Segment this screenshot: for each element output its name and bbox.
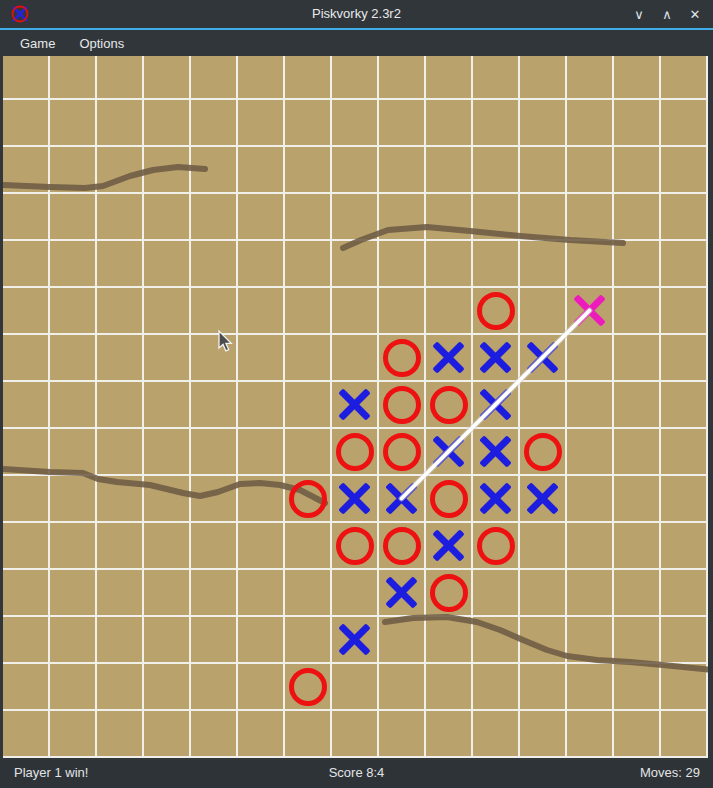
board-cell[interactable] bbox=[191, 664, 236, 709]
board-cell[interactable] bbox=[144, 335, 189, 380]
board-cell[interactable] bbox=[473, 570, 518, 615]
board-cell[interactable] bbox=[50, 100, 95, 145]
status-score: Score 8:4 bbox=[0, 760, 713, 786]
board-cell[interactable] bbox=[379, 382, 424, 427]
board-cell[interactable] bbox=[567, 288, 612, 333]
piece-x bbox=[426, 523, 471, 568]
board-cell[interactable] bbox=[520, 476, 565, 521]
board-cell[interactable] bbox=[50, 56, 95, 98]
board-cell[interactable] bbox=[473, 382, 518, 427]
board-cell[interactable] bbox=[520, 664, 565, 709]
board-cell[interactable] bbox=[97, 476, 142, 521]
board-cell[interactable] bbox=[614, 570, 659, 615]
board-cell[interactable] bbox=[285, 523, 330, 568]
board-cell[interactable] bbox=[426, 288, 471, 333]
board-cell[interactable] bbox=[191, 570, 236, 615]
board-cell[interactable] bbox=[285, 664, 330, 709]
board-cell[interactable] bbox=[426, 194, 471, 239]
piece-o bbox=[383, 386, 421, 424]
board-cell[interactable] bbox=[191, 56, 236, 98]
board-cell[interactable] bbox=[614, 523, 659, 568]
board-cell[interactable] bbox=[473, 241, 518, 286]
board-cell[interactable] bbox=[97, 147, 142, 192]
board-cell[interactable] bbox=[285, 711, 330, 756]
board-cell[interactable] bbox=[661, 476, 706, 521]
board-cell[interactable] bbox=[614, 288, 659, 333]
board-cell[interactable] bbox=[50, 288, 95, 333]
statusbar: Player 1 win! Score 8:4 Moves: 29 bbox=[0, 760, 713, 788]
board-cell[interactable] bbox=[379, 429, 424, 474]
board-cell[interactable] bbox=[661, 617, 706, 662]
board-cell[interactable] bbox=[473, 56, 518, 98]
board-cell[interactable] bbox=[144, 523, 189, 568]
board-cell[interactable] bbox=[661, 382, 706, 427]
piece-x bbox=[473, 429, 518, 474]
board-cell[interactable] bbox=[520, 335, 565, 380]
board-cell[interactable] bbox=[332, 288, 377, 333]
board-cell[interactable] bbox=[3, 429, 48, 474]
board-cell[interactable] bbox=[97, 100, 142, 145]
board-cell[interactable] bbox=[661, 570, 706, 615]
board-cell[interactable] bbox=[332, 147, 377, 192]
piece-x bbox=[520, 335, 565, 380]
board-cell[interactable] bbox=[144, 147, 189, 192]
board-cell[interactable] bbox=[520, 570, 565, 615]
board-grid bbox=[3, 56, 706, 756]
board-cell[interactable] bbox=[567, 194, 612, 239]
board-cell[interactable] bbox=[614, 664, 659, 709]
board-cell[interactable] bbox=[473, 335, 518, 380]
board-cell[interactable] bbox=[285, 288, 330, 333]
board-cell[interactable] bbox=[332, 56, 377, 98]
board-cell[interactable] bbox=[144, 476, 189, 521]
board-cell[interactable] bbox=[97, 429, 142, 474]
board-cell[interactable] bbox=[97, 617, 142, 662]
board-cell[interactable] bbox=[332, 429, 377, 474]
board-cell[interactable] bbox=[3, 523, 48, 568]
board-cell[interactable] bbox=[3, 335, 48, 380]
board-cell[interactable] bbox=[520, 523, 565, 568]
board-cell[interactable] bbox=[50, 476, 95, 521]
board-cell[interactable] bbox=[614, 147, 659, 192]
board-cell[interactable] bbox=[520, 241, 565, 286]
board-cell[interactable] bbox=[97, 570, 142, 615]
board-cell[interactable] bbox=[426, 570, 471, 615]
board-cell[interactable] bbox=[567, 382, 612, 427]
board-cell[interactable] bbox=[614, 476, 659, 521]
board-cell[interactable] bbox=[238, 100, 283, 145]
board-cell[interactable] bbox=[50, 147, 95, 192]
board-cell[interactable] bbox=[426, 476, 471, 521]
board-cell[interactable] bbox=[473, 664, 518, 709]
board-cell[interactable] bbox=[661, 288, 706, 333]
board-cell[interactable] bbox=[332, 476, 377, 521]
maximize-icon[interactable]: ∧ bbox=[657, 4, 677, 24]
board-cell[interactable] bbox=[285, 194, 330, 239]
board-cell[interactable] bbox=[50, 382, 95, 427]
board-cell[interactable] bbox=[3, 382, 48, 427]
board-cell[interactable] bbox=[238, 194, 283, 239]
board-cell[interactable] bbox=[379, 476, 424, 521]
piece-o bbox=[477, 527, 515, 565]
board-cell[interactable] bbox=[238, 288, 283, 333]
board-cell[interactable] bbox=[567, 523, 612, 568]
board-cell[interactable] bbox=[473, 147, 518, 192]
menu-game[interactable]: Game bbox=[10, 32, 65, 55]
board-cell[interactable] bbox=[426, 617, 471, 662]
window-title: Piskvorky 2.3r2 bbox=[0, 0, 713, 28]
board-cell[interactable] bbox=[285, 617, 330, 662]
board-cell[interactable] bbox=[426, 382, 471, 427]
board-cell[interactable] bbox=[567, 147, 612, 192]
board-cell[interactable] bbox=[191, 241, 236, 286]
board-cell[interactable] bbox=[3, 664, 48, 709]
board-cell[interactable] bbox=[379, 100, 424, 145]
board-cell[interactable] bbox=[379, 147, 424, 192]
board-cell[interactable] bbox=[661, 100, 706, 145]
board-cell[interactable] bbox=[3, 56, 48, 98]
board-cell[interactable] bbox=[473, 617, 518, 662]
board-cell[interactable] bbox=[661, 523, 706, 568]
board-cell[interactable] bbox=[332, 241, 377, 286]
game-board[interactable] bbox=[3, 56, 708, 758]
board-cell[interactable] bbox=[520, 711, 565, 756]
board-cell[interactable] bbox=[285, 147, 330, 192]
board-cell[interactable] bbox=[567, 241, 612, 286]
board-cell[interactable] bbox=[426, 335, 471, 380]
board-cell[interactable] bbox=[144, 429, 189, 474]
board-cell[interactable] bbox=[97, 382, 142, 427]
board-cell[interactable] bbox=[520, 617, 565, 662]
board-cell[interactable] bbox=[285, 241, 330, 286]
board-cell[interactable] bbox=[332, 523, 377, 568]
board-cell[interactable] bbox=[426, 429, 471, 474]
board-cell[interactable] bbox=[97, 56, 142, 98]
board-cell[interactable] bbox=[285, 476, 330, 521]
board-cell[interactable] bbox=[614, 711, 659, 756]
board-cell[interactable] bbox=[332, 382, 377, 427]
board-cell[interactable] bbox=[473, 429, 518, 474]
board-cell[interactable] bbox=[144, 664, 189, 709]
board-cell[interactable] bbox=[520, 194, 565, 239]
board-cell[interactable] bbox=[3, 147, 48, 192]
board-cell[interactable] bbox=[379, 664, 424, 709]
board-cell[interactable] bbox=[238, 523, 283, 568]
board-cell[interactable] bbox=[567, 617, 612, 662]
piece-o bbox=[477, 292, 515, 330]
board-cell[interactable] bbox=[3, 617, 48, 662]
board-cell[interactable] bbox=[97, 335, 142, 380]
board-cell[interactable] bbox=[567, 429, 612, 474]
board-cell[interactable] bbox=[473, 288, 518, 333]
board-cell[interactable] bbox=[238, 241, 283, 286]
board-cell[interactable] bbox=[50, 241, 95, 286]
board-cell[interactable] bbox=[144, 56, 189, 98]
board-cell[interactable] bbox=[3, 711, 48, 756]
piece-x bbox=[473, 382, 518, 427]
board-cell[interactable] bbox=[50, 570, 95, 615]
board-cell[interactable] bbox=[144, 288, 189, 333]
board-cell[interactable] bbox=[520, 429, 565, 474]
piece-x bbox=[426, 335, 471, 380]
piece-x bbox=[520, 476, 565, 521]
board-cell[interactable] bbox=[191, 147, 236, 192]
piece-o bbox=[430, 386, 468, 424]
board-cell[interactable] bbox=[426, 241, 471, 286]
board-cell[interactable] bbox=[50, 711, 95, 756]
board-cell[interactable] bbox=[661, 147, 706, 192]
board-cell[interactable] bbox=[50, 617, 95, 662]
board-cell[interactable] bbox=[285, 429, 330, 474]
board-cell[interactable] bbox=[614, 617, 659, 662]
board-cell[interactable] bbox=[379, 56, 424, 98]
piece-o bbox=[289, 480, 327, 518]
board-cell[interactable] bbox=[3, 570, 48, 615]
status-moves: Moves: 29 bbox=[640, 760, 700, 786]
board-cell[interactable] bbox=[473, 476, 518, 521]
board-cell[interactable] bbox=[379, 335, 424, 380]
board-cell[interactable] bbox=[520, 56, 565, 98]
board-cell[interactable] bbox=[661, 429, 706, 474]
board-cell[interactable] bbox=[50, 523, 95, 568]
board-cell[interactable] bbox=[144, 382, 189, 427]
board-cell[interactable] bbox=[426, 147, 471, 192]
board-cell[interactable] bbox=[97, 194, 142, 239]
board-cell[interactable] bbox=[191, 100, 236, 145]
board-cell[interactable] bbox=[473, 523, 518, 568]
board-cell[interactable] bbox=[332, 194, 377, 239]
board-cell[interactable] bbox=[238, 429, 283, 474]
board-cell[interactable] bbox=[379, 288, 424, 333]
menubar: Game Options bbox=[0, 30, 713, 56]
board-cell[interactable] bbox=[144, 241, 189, 286]
board-cell[interactable] bbox=[661, 241, 706, 286]
board-cell[interactable] bbox=[332, 335, 377, 380]
piece-x bbox=[332, 382, 377, 427]
board-cell[interactable] bbox=[238, 664, 283, 709]
board-cell[interactable] bbox=[97, 241, 142, 286]
board-cell[interactable] bbox=[520, 100, 565, 145]
board-cell[interactable] bbox=[191, 476, 236, 521]
window-controls: ∨ ∧ ✕ bbox=[629, 0, 705, 28]
board-cell[interactable] bbox=[50, 429, 95, 474]
board-cell[interactable] bbox=[567, 711, 612, 756]
board-cell[interactable] bbox=[332, 711, 377, 756]
board-cell[interactable] bbox=[191, 429, 236, 474]
piece-x bbox=[473, 335, 518, 380]
board-cell[interactable] bbox=[426, 100, 471, 145]
piece-x bbox=[332, 476, 377, 521]
board-cell[interactable] bbox=[144, 100, 189, 145]
board-cell[interactable] bbox=[238, 56, 283, 98]
board-cell[interactable] bbox=[379, 711, 424, 756]
board-cell[interactable] bbox=[144, 194, 189, 239]
board-cell[interactable] bbox=[238, 617, 283, 662]
piece-x bbox=[379, 476, 424, 521]
board-cell[interactable] bbox=[238, 570, 283, 615]
board-cell[interactable] bbox=[97, 711, 142, 756]
board-cell[interactable] bbox=[97, 523, 142, 568]
board-cell[interactable] bbox=[238, 147, 283, 192]
board-cell[interactable] bbox=[426, 664, 471, 709]
board-cell[interactable] bbox=[50, 335, 95, 380]
piece-x bbox=[426, 429, 471, 474]
board-cell[interactable] bbox=[191, 194, 236, 239]
piece-o bbox=[524, 433, 562, 471]
board-cell[interactable] bbox=[567, 100, 612, 145]
board-cell[interactable] bbox=[191, 617, 236, 662]
board-cell[interactable] bbox=[614, 335, 659, 380]
board-cell[interactable] bbox=[332, 617, 377, 662]
board-cell[interactable] bbox=[567, 56, 612, 98]
board-cell[interactable] bbox=[50, 664, 95, 709]
board-cell[interactable] bbox=[191, 523, 236, 568]
piece-o bbox=[336, 527, 374, 565]
piece-o bbox=[430, 574, 468, 612]
board-cell[interactable] bbox=[614, 194, 659, 239]
piece-o bbox=[430, 480, 468, 518]
board-cell[interactable] bbox=[661, 194, 706, 239]
board-cell[interactable] bbox=[285, 100, 330, 145]
board-cell[interactable] bbox=[473, 711, 518, 756]
board-cell[interactable] bbox=[567, 335, 612, 380]
board-cell[interactable] bbox=[332, 664, 377, 709]
piece-o bbox=[383, 433, 421, 471]
board-cell[interactable] bbox=[238, 382, 283, 427]
board-cell[interactable] bbox=[97, 664, 142, 709]
board-cell[interactable] bbox=[379, 241, 424, 286]
app-window: Piskvorky 2.3r2 ∨ ∧ ✕ Game Options Playe… bbox=[0, 0, 713, 788]
board-cell[interactable] bbox=[191, 382, 236, 427]
board-cell[interactable] bbox=[191, 288, 236, 333]
board-cell[interactable] bbox=[379, 617, 424, 662]
piece-x bbox=[379, 570, 424, 615]
piece-o bbox=[336, 433, 374, 471]
board-cell[interactable] bbox=[520, 288, 565, 333]
piece-o bbox=[383, 527, 421, 565]
board-cell[interactable] bbox=[3, 194, 48, 239]
board-cell[interactable] bbox=[191, 711, 236, 756]
board-cell[interactable] bbox=[614, 241, 659, 286]
board-cell[interactable] bbox=[191, 335, 236, 380]
board-cell[interactable] bbox=[379, 523, 424, 568]
board-cell[interactable] bbox=[520, 147, 565, 192]
board-cell[interactable] bbox=[661, 335, 706, 380]
board-cell[interactable] bbox=[238, 476, 283, 521]
board-cell[interactable] bbox=[144, 711, 189, 756]
board-cell[interactable] bbox=[379, 570, 424, 615]
board-cell[interactable] bbox=[614, 382, 659, 427]
board-cell[interactable] bbox=[332, 570, 377, 615]
board-cell[interactable] bbox=[285, 382, 330, 427]
board-cell[interactable] bbox=[97, 288, 142, 333]
titlebar: Piskvorky 2.3r2 ∨ ∧ ✕ bbox=[0, 0, 713, 28]
board-cell[interactable] bbox=[614, 429, 659, 474]
board-cell[interactable] bbox=[332, 100, 377, 145]
board-cell[interactable] bbox=[661, 56, 706, 98]
board-cell[interactable] bbox=[661, 664, 706, 709]
minimize-icon[interactable]: ∨ bbox=[629, 4, 649, 24]
board-cell[interactable] bbox=[3, 100, 48, 145]
board-cell[interactable] bbox=[661, 711, 706, 756]
board-cell[interactable] bbox=[144, 617, 189, 662]
piece-o bbox=[289, 668, 327, 706]
board-cell[interactable] bbox=[614, 56, 659, 98]
board-cell[interactable] bbox=[520, 382, 565, 427]
board-cell[interactable] bbox=[567, 476, 612, 521]
board-cell[interactable] bbox=[473, 100, 518, 145]
board-cell[interactable] bbox=[3, 288, 48, 333]
board-cell[interactable] bbox=[285, 56, 330, 98]
piece-x-last-move bbox=[567, 288, 612, 333]
board-cell[interactable] bbox=[426, 56, 471, 98]
board-cell[interactable] bbox=[426, 711, 471, 756]
board-cell[interactable] bbox=[614, 100, 659, 145]
board-cell[interactable] bbox=[285, 570, 330, 615]
piece-x bbox=[332, 617, 377, 662]
board-cell[interactable] bbox=[379, 194, 424, 239]
board-cell[interactable] bbox=[238, 711, 283, 756]
board-cell[interactable] bbox=[567, 570, 612, 615]
board-cell[interactable] bbox=[567, 664, 612, 709]
piece-x bbox=[473, 476, 518, 521]
board-cell[interactable] bbox=[238, 335, 283, 380]
close-icon[interactable]: ✕ bbox=[685, 4, 705, 24]
board-cell[interactable] bbox=[3, 241, 48, 286]
board-cell[interactable] bbox=[473, 194, 518, 239]
board-cell[interactable] bbox=[144, 570, 189, 615]
board-cell[interactable] bbox=[426, 523, 471, 568]
board-cell[interactable] bbox=[50, 194, 95, 239]
board-cell[interactable] bbox=[285, 335, 330, 380]
board-cell[interactable] bbox=[3, 476, 48, 521]
piece-o bbox=[383, 339, 421, 377]
menu-options[interactable]: Options bbox=[69, 32, 134, 55]
